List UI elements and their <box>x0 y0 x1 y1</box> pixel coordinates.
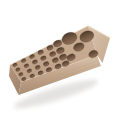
product-photo <box>0 0 120 120</box>
wood-block-illustration <box>0 0 120 120</box>
